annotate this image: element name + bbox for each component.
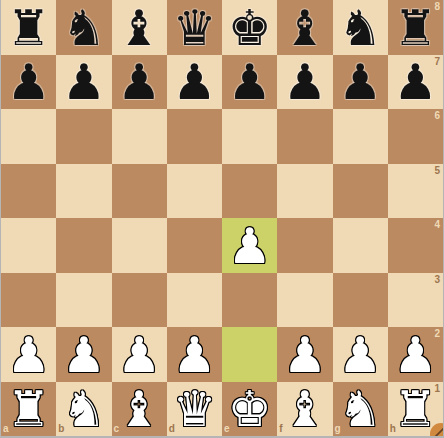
- square-g5[interactable]: [333, 164, 388, 219]
- square-h6[interactable]: 6: [388, 109, 443, 164]
- square-c7[interactable]: ♟: [112, 55, 167, 110]
- rank-label-4: 4: [434, 220, 440, 230]
- black-queen[interactable]: ♛: [172, 4, 216, 53]
- square-e2[interactable]: [222, 327, 277, 382]
- white-bishop[interactable]: ♝: [283, 385, 327, 434]
- square-f7[interactable]: ♟: [277, 55, 332, 110]
- square-a1[interactable]: ♜a: [1, 382, 56, 437]
- black-pawn[interactable]: ♟: [62, 58, 106, 107]
- black-knight[interactable]: ♞: [338, 4, 382, 53]
- square-c5[interactable]: [112, 164, 167, 219]
- square-b1[interactable]: ♞b: [56, 382, 111, 437]
- square-a5[interactable]: [1, 164, 56, 219]
- square-e5[interactable]: [222, 164, 277, 219]
- square-h7[interactable]: ♟7: [388, 55, 443, 110]
- square-a7[interactable]: ♟: [1, 55, 56, 110]
- square-a2[interactable]: ♟: [1, 327, 56, 382]
- square-e4[interactable]: ♟: [222, 218, 277, 273]
- square-a8[interactable]: ♜: [1, 0, 56, 55]
- black-pawn[interactable]: ♟: [393, 58, 437, 107]
- white-rook[interactable]: ♜: [7, 385, 51, 434]
- square-d6[interactable]: [167, 109, 222, 164]
- black-bishop[interactable]: ♝: [117, 4, 161, 53]
- square-c8[interactable]: ♝: [112, 0, 167, 55]
- square-g6[interactable]: [333, 109, 388, 164]
- square-f3[interactable]: [277, 273, 332, 328]
- square-d4[interactable]: [167, 218, 222, 273]
- black-pawn[interactable]: ♟: [172, 58, 216, 107]
- white-pawn[interactable]: ♟: [62, 331, 106, 380]
- square-e3[interactable]: [222, 273, 277, 328]
- square-f4[interactable]: [277, 218, 332, 273]
- white-queen[interactable]: ♛: [172, 385, 216, 434]
- square-b5[interactable]: [56, 164, 111, 219]
- square-b2[interactable]: ♟: [56, 327, 111, 382]
- square-d2[interactable]: ♟: [167, 327, 222, 382]
- square-d7[interactable]: ♟: [167, 55, 222, 110]
- square-f5[interactable]: [277, 164, 332, 219]
- square-c3[interactable]: [112, 273, 167, 328]
- white-knight[interactable]: ♞: [338, 385, 382, 434]
- black-rook[interactable]: ♜: [393, 4, 437, 53]
- square-a3[interactable]: [1, 273, 56, 328]
- chess-board: ♜♞♝♛♚♝♞♜8♟♟♟♟♟♟♟♟765♟43♟♟♟♟♟♟♟2♜a♞b♝c♛d♚…: [1, 0, 443, 436]
- rank-label-6: 6: [434, 111, 440, 121]
- square-d5[interactable]: [167, 164, 222, 219]
- black-pawn[interactable]: ♟: [7, 58, 51, 107]
- square-f6[interactable]: [277, 109, 332, 164]
- square-a6[interactable]: [1, 109, 56, 164]
- page-background: ♜♞♝♛♚♝♞♜8♟♟♟♟♟♟♟♟765♟43♟♟♟♟♟♟♟2♜a♞b♝c♛d♚…: [0, 0, 444, 438]
- white-knight[interactable]: ♞: [62, 385, 106, 434]
- square-e6[interactable]: [222, 109, 277, 164]
- black-pawn[interactable]: ♟: [117, 58, 161, 107]
- square-c1[interactable]: ♝c: [112, 382, 167, 437]
- square-g3[interactable]: [333, 273, 388, 328]
- white-pawn[interactable]: ♟: [338, 331, 382, 380]
- black-pawn[interactable]: ♟: [338, 58, 382, 107]
- black-bishop[interactable]: ♝: [283, 4, 327, 53]
- rank-label-5: 5: [434, 166, 440, 176]
- white-pawn[interactable]: ♟: [228, 222, 272, 271]
- white-king[interactable]: ♚: [228, 385, 272, 434]
- square-e1[interactable]: ♚e: [222, 382, 277, 437]
- square-e7[interactable]: ♟: [222, 55, 277, 110]
- black-rook[interactable]: ♜: [7, 4, 51, 53]
- black-knight[interactable]: ♞: [62, 4, 106, 53]
- square-h4[interactable]: 4: [388, 218, 443, 273]
- rank-label-3: 3: [434, 275, 440, 285]
- square-b7[interactable]: ♟: [56, 55, 111, 110]
- white-pawn[interactable]: ♟: [393, 331, 437, 380]
- square-g8[interactable]: ♞: [333, 0, 388, 55]
- white-pawn[interactable]: ♟: [172, 331, 216, 380]
- white-pawn[interactable]: ♟: [7, 331, 51, 380]
- black-pawn[interactable]: ♟: [283, 58, 327, 107]
- square-b8[interactable]: ♞: [56, 0, 111, 55]
- square-e8[interactable]: ♚: [222, 0, 277, 55]
- white-pawn[interactable]: ♟: [283, 331, 327, 380]
- square-f2[interactable]: ♟: [277, 327, 332, 382]
- square-f1[interactable]: ♝f: [277, 382, 332, 437]
- square-c4[interactable]: [112, 218, 167, 273]
- black-king[interactable]: ♚: [228, 4, 272, 53]
- square-f8[interactable]: ♝: [277, 0, 332, 55]
- square-h2[interactable]: ♟2: [388, 327, 443, 382]
- square-b3[interactable]: [56, 273, 111, 328]
- square-h5[interactable]: 5: [388, 164, 443, 219]
- square-h8[interactable]: ♜8: [388, 0, 443, 55]
- square-c2[interactable]: ♟: [112, 327, 167, 382]
- square-g2[interactable]: ♟: [333, 327, 388, 382]
- square-g1[interactable]: ♞g: [333, 382, 388, 437]
- resize-handle-icon[interactable]: [430, 423, 443, 436]
- square-c6[interactable]: [112, 109, 167, 164]
- square-g7[interactable]: ♟: [333, 55, 388, 110]
- square-a4[interactable]: [1, 218, 56, 273]
- square-d8[interactable]: ♛: [167, 0, 222, 55]
- black-pawn[interactable]: ♟: [228, 58, 272, 107]
- square-b4[interactable]: [56, 218, 111, 273]
- white-bishop[interactable]: ♝: [117, 385, 161, 434]
- square-d1[interactable]: ♛d: [167, 382, 222, 437]
- square-g4[interactable]: [333, 218, 388, 273]
- square-b6[interactable]: [56, 109, 111, 164]
- white-pawn[interactable]: ♟: [117, 331, 161, 380]
- square-h3[interactable]: 3: [388, 273, 443, 328]
- square-d3[interactable]: [167, 273, 222, 328]
